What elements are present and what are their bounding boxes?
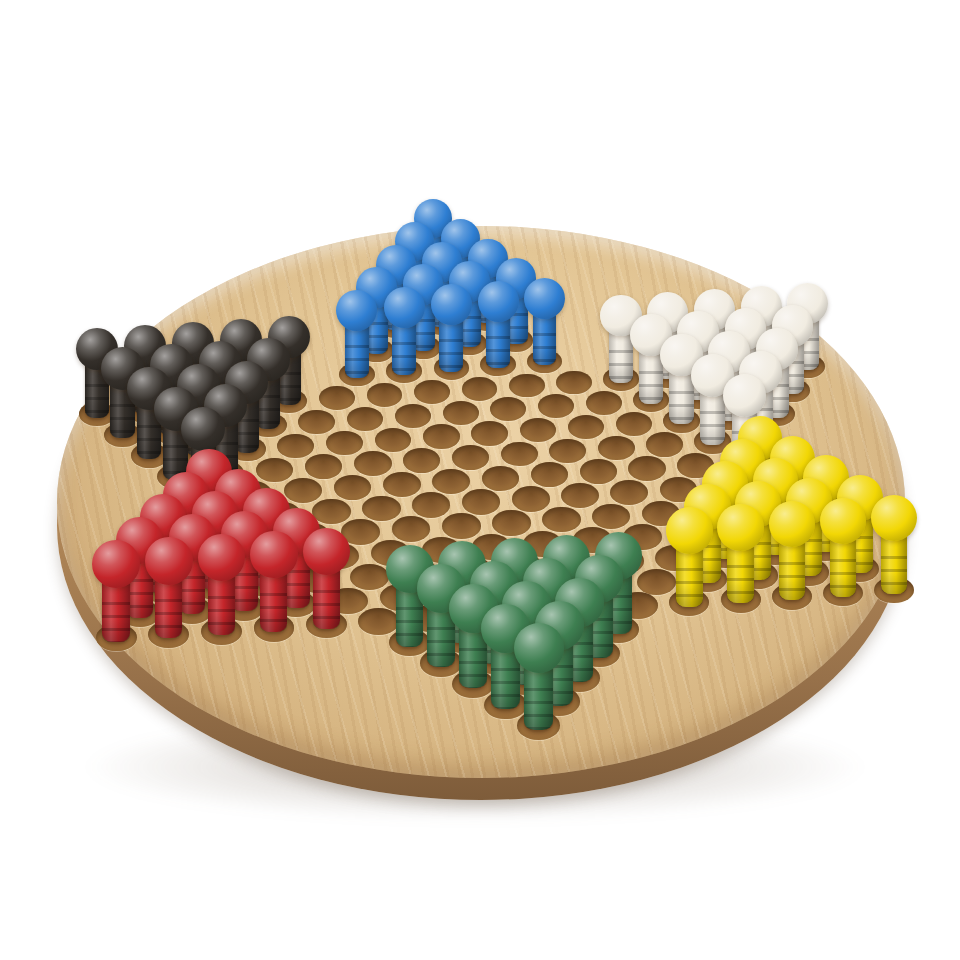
peg-ring-grooves [669,381,693,425]
peg-green[interactable] [514,623,564,730]
peg-ball [384,287,425,328]
hole-r9-c7[interactable] [531,462,569,487]
peg-ring-grooves [727,555,754,603]
peg-ball [871,495,918,542]
hole-r8-c8[interactable] [549,439,586,464]
peg-yellow[interactable] [666,507,713,607]
peg-ring-grooves [439,329,463,371]
peg-ring-grooves [676,558,703,606]
hole-r6-c8[interactable] [490,397,526,421]
peg-ball [181,407,225,451]
peg-blue[interactable] [336,290,377,378]
hole-r9-c8[interactable] [580,459,617,484]
peg-blue[interactable] [478,281,519,368]
hole-r10-c4[interactable] [412,492,450,517]
peg-blue[interactable] [384,287,425,375]
hole-r9-c4[interactable] [383,472,421,497]
peg-blue[interactable] [431,284,472,372]
hole-r10-c5[interactable] [462,489,500,514]
hole-r11-c4[interactable] [392,516,431,542]
peg-red[interactable] [198,534,246,636]
hole-r8-c10[interactable] [646,432,683,457]
peg-ball [250,531,298,579]
hole-r8-c5[interactable] [403,448,440,473]
peg-ring-grooves [208,586,235,635]
hole-r5-c6[interactable] [367,383,403,407]
peg-yellow[interactable] [871,495,918,594]
peg-ring-grooves [524,678,553,729]
hole-r11-c5[interactable] [442,513,481,539]
peg-ball [198,534,246,582]
peg-blue[interactable] [524,278,565,365]
hole-r10-c3[interactable] [362,496,400,522]
peg-ball [303,528,351,576]
hole-r10-c8[interactable] [610,480,648,505]
peg-red[interactable] [145,537,193,639]
hole-r9-c9[interactable] [628,456,665,481]
hole-r7-c7[interactable] [471,421,508,445]
peg-ring-grooves [313,580,340,629]
peg-ring-grooves [779,552,806,600]
hole-r13-c4[interactable] [350,564,390,591]
peg-yellow[interactable] [820,498,867,598]
peg-ball [769,501,816,548]
peg-ring-grooves [486,326,509,368]
hole-r11-c6[interactable] [492,510,531,536]
hole-r11-c7[interactable] [542,507,581,533]
peg-ball [514,623,564,673]
hole-r5-c10[interactable] [556,371,592,395]
hole-r7-c10[interactable] [616,412,652,436]
peg-ball [145,537,193,585]
peg-red[interactable] [250,531,298,632]
hole-r9-c5[interactable] [432,469,470,494]
peg-ball [336,290,377,331]
peg-ball [431,284,472,325]
peg-ring-grooves [881,546,908,594]
peg-ring-grooves [260,583,287,632]
hole-r8-c6[interactable] [452,445,489,470]
hole-r6-c4[interactable] [298,410,334,434]
peg-ring-grooves [392,332,416,374]
hole-r5-c9[interactable] [509,374,545,398]
peg-ring-grooves [533,323,556,365]
peg-ball [723,374,766,417]
hole-r7-c4[interactable] [326,431,363,456]
hole-r7-c9[interactable] [568,415,605,439]
peg-red[interactable] [303,528,351,629]
hole-r8-c7[interactable] [501,442,538,467]
hole-r6-c6[interactable] [395,404,431,428]
hole-r7-c8[interactable] [520,418,557,442]
hole-r6-c10[interactable] [586,391,622,415]
peg-yellow[interactable] [717,504,764,604]
peg-ball [478,281,519,322]
hole-r7-c5[interactable] [375,428,412,453]
product-photo-scene [0,0,960,960]
hole-r6-c9[interactable] [538,394,574,418]
hole-r8-c2[interactable] [256,458,293,483]
hole-r7-c3[interactable] [277,434,314,459]
hole-r5-c8[interactable] [462,377,498,401]
peg-ring-grooves [345,335,369,377]
peg-ring-grooves [155,589,182,638]
hole-r10-c7[interactable] [561,483,599,508]
hole-r8-c9[interactable] [598,436,635,461]
peg-yellow[interactable] [769,501,816,601]
hole-r8-c4[interactable] [354,451,391,476]
hole-r9-c6[interactable] [482,466,520,491]
hole-r10-c6[interactable] [512,486,550,511]
peg-ring-grooves [830,549,857,597]
peg-ring-grooves [639,361,663,404]
hole-r9-c3[interactable] [334,475,372,500]
hole-r6-c5[interactable] [347,407,383,431]
peg-ball [717,504,764,551]
hole-r5-c5[interactable] [319,386,355,410]
peg-ring-grooves [102,592,129,641]
hole-r7-c6[interactable] [423,424,460,449]
hole-r8-c3[interactable] [305,454,342,479]
peg-ball [524,278,565,319]
peg-ball [820,498,867,545]
peg-grid [0,0,960,960]
peg-ball [92,540,140,588]
hole-r11-c8[interactable] [592,504,630,530]
hole-r6-c7[interactable] [443,401,479,425]
peg-ball [666,507,713,554]
hole-r5-c7[interactable] [414,380,450,404]
peg-red[interactable] [92,540,140,642]
